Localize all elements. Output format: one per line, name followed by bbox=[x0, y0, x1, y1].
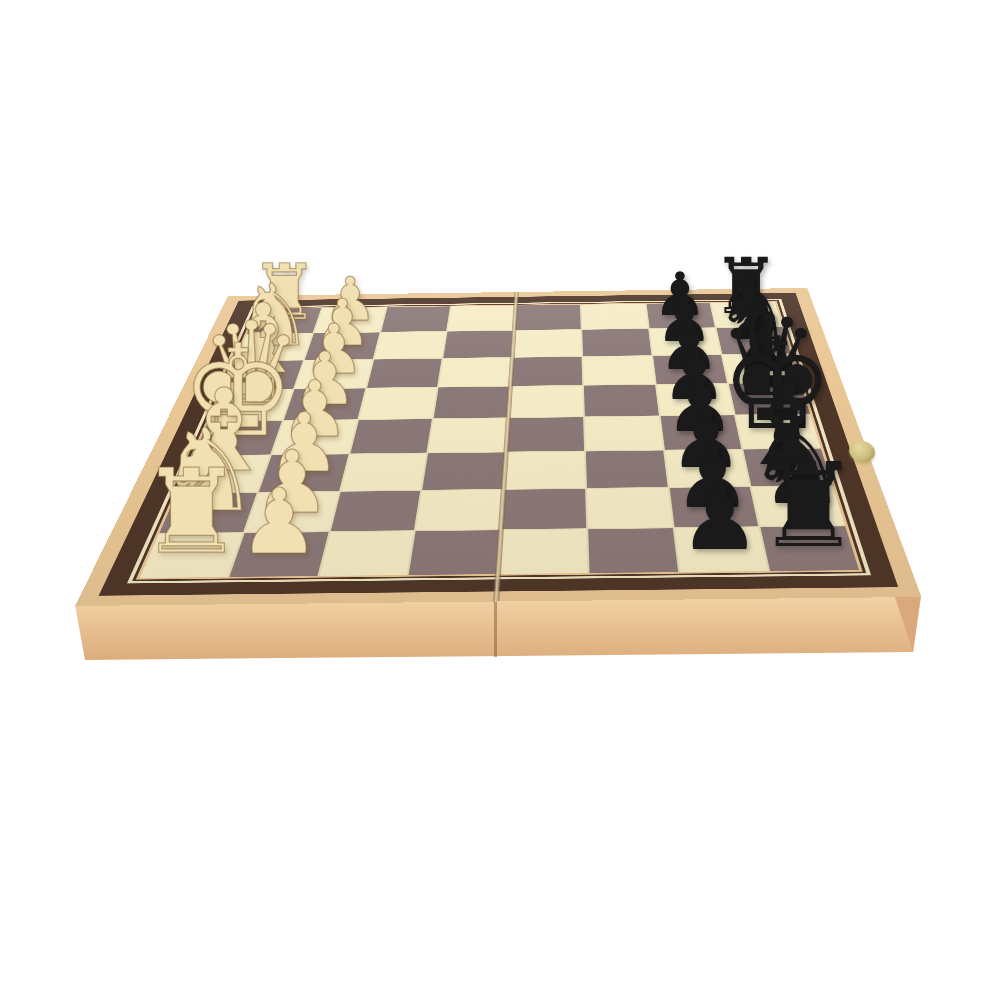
white-pawn-g2: ♟ bbox=[254, 438, 331, 524]
white-bishop-c1: ♝ bbox=[220, 292, 306, 388]
white-queen-d1: ♛ bbox=[200, 307, 301, 420]
white-knight-g1: ♞ bbox=[157, 413, 260, 528]
black-queen-d8: ♛ bbox=[718, 300, 819, 413]
pieces-layer: ♜♞♝♛♚♝♞♜♟♟♟♟♟♟♟♟♟♟♟♟♟♟♟♟♜♞♝♛♚♝♞♜ bbox=[0, 0, 1001, 1001]
product-photo-stage: ♜♞♝♛♚♝♞♜♟♟♟♟♟♟♟♟♟♟♟♟♟♟♟♟♜♞♝♛♚♝♞♜ bbox=[0, 0, 1001, 1001]
black-pawn-h7: ♟ bbox=[679, 472, 760, 562]
black-king-e8: ♚ bbox=[721, 321, 835, 448]
black-bishop-c8: ♝ bbox=[718, 285, 804, 381]
white-pawn-d2: ♟ bbox=[292, 342, 358, 415]
black-bishop-f8: ♝ bbox=[736, 368, 838, 482]
white-bishop-f1: ♝ bbox=[173, 375, 275, 489]
white-pawn-a2: ♟ bbox=[323, 269, 377, 329]
black-pawn-f7: ♟ bbox=[669, 398, 742, 480]
white-knight-b1: ♞ bbox=[236, 273, 313, 359]
black-pawn-a7: ♟ bbox=[653, 264, 707, 324]
black-knight-b8: ♞ bbox=[715, 266, 792, 352]
white-pawn-b2: ♟ bbox=[313, 291, 371, 355]
black-pawn-c7: ♟ bbox=[658, 311, 720, 380]
black-rook-h8: ♜ bbox=[756, 448, 860, 564]
black-pawn-d7: ♟ bbox=[662, 337, 728, 410]
white-pawn-c2: ♟ bbox=[303, 315, 365, 384]
black-pawn-b7: ♟ bbox=[656, 287, 714, 351]
white-pawn-e2: ♟ bbox=[280, 371, 349, 448]
black-knight-g8: ♞ bbox=[746, 406, 849, 521]
white-pawn-h2: ♟ bbox=[239, 477, 320, 567]
white-rook-a1: ♜ bbox=[250, 254, 319, 331]
white-rook-h1: ♜ bbox=[140, 455, 244, 571]
black-pawn-e7: ♟ bbox=[665, 366, 734, 443]
black-rook-a8: ♜ bbox=[711, 248, 780, 325]
white-king-e1: ♚ bbox=[181, 327, 295, 454]
black-pawn-g7: ♟ bbox=[674, 433, 751, 519]
white-pawn-f2: ♟ bbox=[267, 403, 340, 485]
